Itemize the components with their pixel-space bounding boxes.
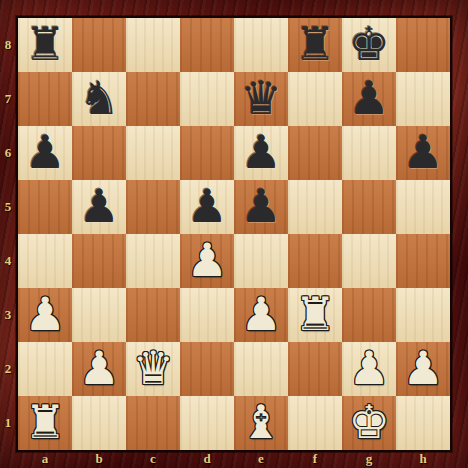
square-e4[interactable] (234, 234, 288, 288)
square-h8[interactable] (396, 18, 450, 72)
square-d8[interactable] (180, 18, 234, 72)
square-c8[interactable] (126, 18, 180, 72)
piece-white-queen[interactable]: ♛ (132, 341, 173, 395)
square-g2[interactable]: ♟ (342, 342, 396, 396)
rank-label-8: 8 (0, 18, 16, 72)
square-c5[interactable] (126, 180, 180, 234)
square-b7[interactable]: ♞ (72, 72, 126, 126)
file-label-c: c (126, 450, 180, 468)
rank-label-6: 6 (0, 126, 16, 180)
square-f5[interactable] (288, 180, 342, 234)
piece-white-rook[interactable]: ♜ (24, 395, 65, 449)
square-g7[interactable]: ♟ (342, 72, 396, 126)
square-c7[interactable] (126, 72, 180, 126)
piece-white-bishop[interactable]: ♝ (240, 395, 281, 449)
piece-black-pawn[interactable]: ♟ (240, 125, 281, 179)
square-d5[interactable]: ♟ (180, 180, 234, 234)
square-b5[interactable]: ♟ (72, 180, 126, 234)
square-b4[interactable] (72, 234, 126, 288)
square-d6[interactable] (180, 126, 234, 180)
square-a8[interactable]: ♜ (18, 18, 72, 72)
piece-white-rook[interactable]: ♜ (294, 287, 335, 341)
square-b3[interactable] (72, 288, 126, 342)
piece-white-king[interactable]: ♚ (348, 395, 389, 449)
square-g8[interactable]: ♚ (342, 18, 396, 72)
rank-label-4: 4 (0, 234, 16, 288)
piece-black-rook[interactable]: ♜ (294, 17, 335, 71)
square-h6[interactable]: ♟ (396, 126, 450, 180)
square-h2[interactable]: ♟ (396, 342, 450, 396)
square-g5[interactable] (342, 180, 396, 234)
chessboard-frame: ♜♜♚♞♛♟♟♟♟♟♟♟♟♟♟♜♟♛♟♟♜♝♚ 87654321abcdefgh (0, 0, 468, 468)
square-e5[interactable]: ♟ (234, 180, 288, 234)
square-c4[interactable] (126, 234, 180, 288)
piece-white-pawn[interactable]: ♟ (186, 233, 227, 287)
piece-black-pawn[interactable]: ♟ (348, 71, 389, 125)
square-f7[interactable] (288, 72, 342, 126)
square-e1[interactable]: ♝ (234, 396, 288, 450)
square-d2[interactable] (180, 342, 234, 396)
square-e7[interactable]: ♛ (234, 72, 288, 126)
square-g4[interactable] (342, 234, 396, 288)
piece-black-pawn[interactable]: ♟ (240, 179, 281, 233)
file-label-b: b (72, 450, 126, 468)
square-a3[interactable]: ♟ (18, 288, 72, 342)
square-e2[interactable] (234, 342, 288, 396)
file-label-a: a (18, 450, 72, 468)
piece-white-pawn[interactable]: ♟ (78, 341, 119, 395)
square-a6[interactable]: ♟ (18, 126, 72, 180)
square-b2[interactable]: ♟ (72, 342, 126, 396)
rank-label-1: 1 (0, 396, 16, 450)
piece-black-pawn[interactable]: ♟ (24, 125, 65, 179)
square-d4[interactable]: ♟ (180, 234, 234, 288)
piece-black-queen[interactable]: ♛ (240, 71, 281, 125)
square-c2[interactable]: ♛ (126, 342, 180, 396)
square-f2[interactable] (288, 342, 342, 396)
file-label-e: e (234, 450, 288, 468)
square-b6[interactable] (72, 126, 126, 180)
square-b1[interactable] (72, 396, 126, 450)
square-g6[interactable] (342, 126, 396, 180)
square-b8[interactable] (72, 18, 126, 72)
piece-black-pawn[interactable]: ♟ (78, 179, 119, 233)
square-a5[interactable] (18, 180, 72, 234)
square-a1[interactable]: ♜ (18, 396, 72, 450)
piece-white-pawn[interactable]: ♟ (402, 341, 443, 395)
square-c3[interactable] (126, 288, 180, 342)
file-label-d: d (180, 450, 234, 468)
square-h5[interactable] (396, 180, 450, 234)
rank-label-2: 2 (0, 342, 16, 396)
file-label-h: h (396, 450, 450, 468)
square-e8[interactable] (234, 18, 288, 72)
square-f4[interactable] (288, 234, 342, 288)
piece-black-pawn[interactable]: ♟ (402, 125, 443, 179)
square-f3[interactable]: ♜ (288, 288, 342, 342)
square-a7[interactable] (18, 72, 72, 126)
square-f1[interactable] (288, 396, 342, 450)
square-c1[interactable] (126, 396, 180, 450)
square-a4[interactable] (18, 234, 72, 288)
square-g1[interactable]: ♚ (342, 396, 396, 450)
piece-black-king[interactable]: ♚ (348, 17, 389, 71)
file-label-f: f (288, 450, 342, 468)
square-d3[interactable] (180, 288, 234, 342)
square-e6[interactable]: ♟ (234, 126, 288, 180)
square-e3[interactable]: ♟ (234, 288, 288, 342)
rank-label-3: 3 (0, 288, 16, 342)
square-c6[interactable] (126, 126, 180, 180)
piece-white-pawn[interactable]: ♟ (348, 341, 389, 395)
piece-black-knight[interactable]: ♞ (78, 71, 119, 125)
square-h1[interactable] (396, 396, 450, 450)
square-f6[interactable] (288, 126, 342, 180)
piece-black-pawn[interactable]: ♟ (186, 179, 227, 233)
rank-label-7: 7 (0, 72, 16, 126)
file-label-g: g (342, 450, 396, 468)
square-h3[interactable] (396, 288, 450, 342)
square-a2[interactable] (18, 342, 72, 396)
square-h7[interactable] (396, 72, 450, 126)
square-g3[interactable] (342, 288, 396, 342)
piece-white-pawn[interactable]: ♟ (24, 287, 65, 341)
square-d1[interactable] (180, 396, 234, 450)
square-f8[interactable]: ♜ (288, 18, 342, 72)
square-h4[interactable] (396, 234, 450, 288)
board: ♜♜♚♞♛♟♟♟♟♟♟♟♟♟♟♜♟♛♟♟♜♝♚ (16, 16, 452, 452)
piece-black-rook[interactable]: ♜ (24, 17, 65, 71)
rank-label-5: 5 (0, 180, 16, 234)
square-d7[interactable] (180, 72, 234, 126)
piece-white-pawn[interactable]: ♟ (240, 287, 281, 341)
